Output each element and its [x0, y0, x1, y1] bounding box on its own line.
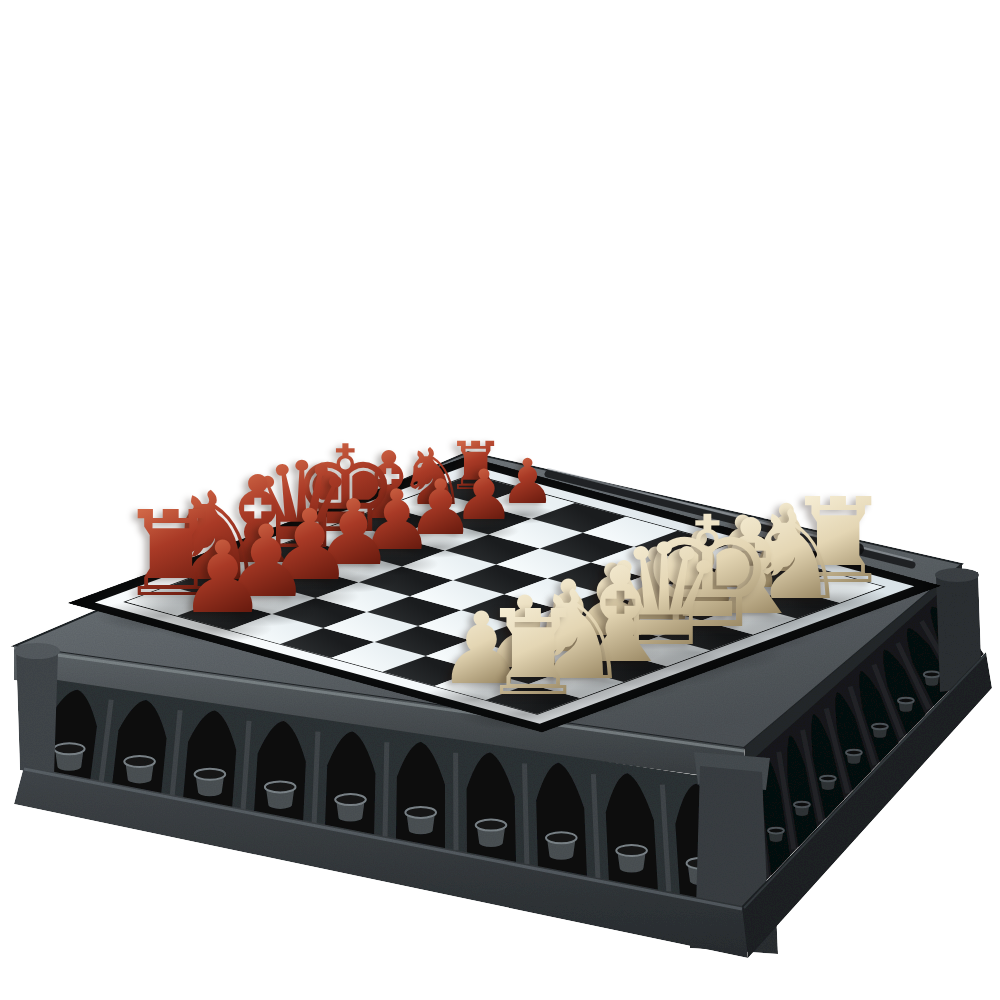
pieces-layer: ♜♞♝♛♚♝♞♜♟♟♟♟♟♟♟♟♟♟♟♟♟♟♟♟♜♞♝♛♚♝♞♜	[0, 0, 1000, 1000]
rook-glyph: ♜	[480, 595, 586, 713]
product-photo-scene: ♜♞♝♛♚♝♞♜♟♟♟♟♟♟♟♟♟♟♟♟♟♟♟♟♜♞♝♛♚♝♞♜	[0, 0, 1000, 1000]
pawn-glyph: ♟	[178, 528, 267, 627]
piece-ivory-rook-a1[interactable]: ♜	[480, 595, 586, 713]
piece-red-pawn-a7[interactable]: ♟	[178, 528, 267, 627]
